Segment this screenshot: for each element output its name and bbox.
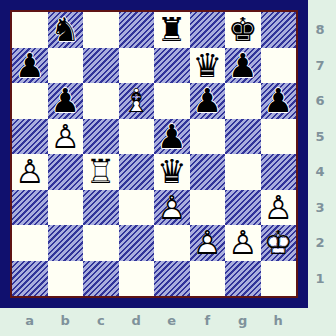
square-b6[interactable]: ♟ [48,83,84,119]
knight-glyph: ♞ [48,12,84,48]
king-outline-glyph: ♔ [261,225,297,261]
chess-diagram: ♞♜♚♟♛♟♟♝♗♟♟♟♙♟♟♙♜♖♛♟♙♟♙♟♙♟♙♚♔ 87654321 a… [0,0,336,336]
file-label-e: e [154,308,190,332]
square-c2[interactable] [83,225,119,261]
pawn-glyph: ♟ [12,48,48,84]
white-pawn[interactable]: ♟♙ [225,225,261,261]
square-h2[interactable]: ♚♔ [261,225,297,261]
square-h1[interactable] [261,261,297,297]
rook-glyph: ♜ [154,12,190,48]
file-label-f: f [190,308,226,332]
rank-label-7: 7 [308,48,332,84]
square-c6[interactable] [83,83,119,119]
square-a8[interactable] [12,12,48,48]
rank-label-2: 2 [308,225,332,261]
square-g3[interactable] [225,190,261,226]
rank-label-4: 4 [308,154,332,190]
rook-outline-glyph: ♖ [83,154,119,190]
black-pawn[interactable]: ♟ [190,83,226,119]
black-knight[interactable]: ♞ [48,12,84,48]
file-label-h: h [261,308,297,332]
square-d6[interactable]: ♝♗ [119,83,155,119]
pawn-glyph: ♟ [154,119,190,155]
file-label-a: a [12,308,48,332]
board-border: ♞♜♚♟♛♟♟♝♗♟♟♟♙♟♟♙♜♖♛♟♙♟♙♟♙♟♙♚♔ [10,10,298,298]
square-f7[interactable]: ♛ [190,48,226,84]
file-label-g: g [225,308,261,332]
square-h6[interactable]: ♟ [261,83,297,119]
black-pawn[interactable]: ♟ [154,119,190,155]
square-a2[interactable] [12,225,48,261]
square-e4[interactable]: ♛ [154,154,190,190]
white-pawn[interactable]: ♟♙ [261,190,297,226]
square-c3[interactable] [83,190,119,226]
square-f5[interactable] [190,119,226,155]
square-c7[interactable] [83,48,119,84]
white-pawn[interactable]: ♟♙ [190,225,226,261]
square-e1[interactable] [154,261,190,297]
black-pawn[interactable]: ♟ [48,83,84,119]
square-b3[interactable] [48,190,84,226]
file-label-d: d [119,308,155,332]
pawn-outline-glyph: ♙ [261,190,297,226]
square-a5[interactable] [12,119,48,155]
square-g8[interactable]: ♚ [225,12,261,48]
rank-label-8: 8 [308,12,332,48]
square-d7[interactable] [119,48,155,84]
queen-glyph: ♛ [190,48,226,84]
square-d4[interactable] [119,154,155,190]
rank-label-6: 6 [308,83,332,119]
square-f8[interactable] [190,12,226,48]
square-e7[interactable] [154,48,190,84]
square-f4[interactable] [190,154,226,190]
pawn-glyph: ♟ [48,83,84,119]
square-h5[interactable] [261,119,297,155]
square-e3[interactable]: ♟♙ [154,190,190,226]
square-a7[interactable]: ♟ [12,48,48,84]
pawn-outline-glyph: ♙ [48,119,84,155]
square-c5[interactable] [83,119,119,155]
square-a4[interactable]: ♟♙ [12,154,48,190]
pawn-outline-glyph: ♙ [12,154,48,190]
pawn-glyph: ♟ [261,83,297,119]
rank-label-5: 5 [308,119,332,155]
square-c8[interactable] [83,12,119,48]
square-e6[interactable] [154,83,190,119]
square-a3[interactable] [12,190,48,226]
square-g7[interactable]: ♟ [225,48,261,84]
file-label-b: b [48,308,84,332]
pawn-glyph: ♟ [225,48,261,84]
pawn-glyph: ♟ [190,83,226,119]
white-pawn[interactable]: ♟♙ [48,119,84,155]
square-c1[interactable] [83,261,119,297]
board-frame: ♞♜♚♟♛♟♟♝♗♟♟♟♙♟♟♙♜♖♛♟♙♟♙♟♙♟♙♚♔ [0,0,308,308]
square-g1[interactable] [225,261,261,297]
square-f3[interactable] [190,190,226,226]
queen-glyph: ♛ [154,154,190,190]
white-bishop[interactable]: ♝♗ [119,83,155,119]
black-queen[interactable]: ♛ [154,154,190,190]
square-a1[interactable] [12,261,48,297]
square-b8[interactable]: ♞ [48,12,84,48]
square-h7[interactable] [261,48,297,84]
square-b2[interactable] [48,225,84,261]
square-d1[interactable] [119,261,155,297]
square-h3[interactable]: ♟♙ [261,190,297,226]
square-h4[interactable] [261,154,297,190]
black-pawn[interactable]: ♟ [261,83,297,119]
square-d5[interactable] [119,119,155,155]
square-h8[interactable] [261,12,297,48]
rank-labels: 87654321 [308,12,332,296]
rank-label-3: 3 [308,190,332,226]
chess-board: ♞♜♚♟♛♟♟♝♗♟♟♟♙♟♟♙♜♖♛♟♙♟♙♟♙♟♙♚♔ [12,12,296,296]
pawn-outline-glyph: ♙ [154,190,190,226]
square-a6[interactable] [12,83,48,119]
bishop-outline-glyph: ♗ [119,83,155,119]
square-f2[interactable]: ♟♙ [190,225,226,261]
square-e2[interactable] [154,225,190,261]
white-pawn[interactable]: ♟♙ [154,190,190,226]
black-king[interactable]: ♚ [225,12,261,48]
square-e8[interactable]: ♜ [154,12,190,48]
rank-label-1: 1 [308,261,332,297]
pawn-outline-glyph: ♙ [190,225,226,261]
black-pawn[interactable]: ♟ [12,48,48,84]
square-b4[interactable] [48,154,84,190]
white-rook[interactable]: ♜♖ [83,154,119,190]
square-g5[interactable] [225,119,261,155]
file-labels: abcdefgh [12,308,296,332]
square-d2[interactable] [119,225,155,261]
square-b5[interactable]: ♟♙ [48,119,84,155]
square-e5[interactable]: ♟ [154,119,190,155]
square-d8[interactable] [119,12,155,48]
white-pawn[interactable]: ♟♙ [12,154,48,190]
file-label-c: c [83,308,119,332]
square-f1[interactable] [190,261,226,297]
square-g2[interactable]: ♟♙ [225,225,261,261]
black-queen[interactable]: ♛ [190,48,226,84]
pawn-outline-glyph: ♙ [225,225,261,261]
black-pawn[interactable]: ♟ [225,48,261,84]
square-f6[interactable]: ♟ [190,83,226,119]
square-b1[interactable] [48,261,84,297]
square-g4[interactable] [225,154,261,190]
white-king[interactable]: ♚♔ [261,225,297,261]
square-b7[interactable] [48,48,84,84]
square-d3[interactable] [119,190,155,226]
king-glyph: ♚ [225,12,261,48]
square-c4[interactable]: ♜♖ [83,154,119,190]
square-g6[interactable] [225,83,261,119]
black-rook[interactable]: ♜ [154,12,190,48]
